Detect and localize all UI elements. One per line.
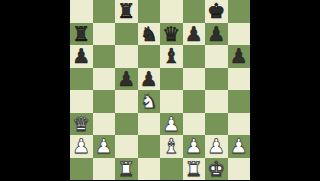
- square-d4[interactable]: ♞: [138, 90, 161, 113]
- square-b3[interactable]: [93, 113, 116, 136]
- piece-white-pawn[interactable]: ♟: [72, 135, 90, 157]
- square-c5[interactable]: ♟: [115, 68, 138, 91]
- piece-black-pawn[interactable]: ♟: [185, 23, 203, 45]
- square-d3[interactable]: [138, 113, 161, 136]
- piece-black-king[interactable]: ♚: [207, 0, 225, 22]
- piece-white-pawn[interactable]: ♟: [230, 135, 248, 157]
- square-h3[interactable]: [228, 113, 251, 136]
- square-f8[interactable]: [183, 0, 206, 23]
- square-d2[interactable]: [138, 135, 161, 158]
- square-e7[interactable]: ♛: [160, 23, 183, 46]
- piece-black-pawn[interactable]: ♟: [230, 45, 248, 67]
- square-a5[interactable]: [70, 68, 93, 91]
- square-a4[interactable]: [70, 90, 93, 113]
- square-b8[interactable]: [93, 0, 116, 23]
- piece-white-pawn[interactable]: ♟: [162, 113, 180, 135]
- square-c1[interactable]: ♜: [115, 158, 138, 181]
- square-b1[interactable]: [93, 158, 116, 181]
- square-a6[interactable]: ♟: [70, 45, 93, 68]
- square-f5[interactable]: [183, 68, 206, 91]
- square-h4[interactable]: [228, 90, 251, 113]
- square-g5[interactable]: [205, 68, 228, 91]
- piece-white-rook[interactable]: ♜: [185, 158, 203, 180]
- piece-white-bishop[interactable]: ♝: [162, 135, 180, 157]
- square-d6[interactable]: [138, 45, 161, 68]
- square-a7[interactable]: ♜: [70, 23, 93, 46]
- square-f2[interactable]: ♟: [183, 135, 206, 158]
- square-f1[interactable]: ♜: [183, 158, 206, 181]
- square-h1[interactable]: [228, 158, 251, 181]
- square-h2[interactable]: ♟: [228, 135, 251, 158]
- square-h5[interactable]: [228, 68, 251, 91]
- square-a8[interactable]: [70, 0, 93, 23]
- square-a2[interactable]: ♟: [70, 135, 93, 158]
- piece-white-pawn[interactable]: ♟: [207, 135, 225, 157]
- chess-board: ♜♚♜♞♛♟♟♟♝♟♟♟♞♛♟♟♟♝♟♟♟♜♜♚: [70, 0, 250, 180]
- piece-black-pawn[interactable]: ♟: [72, 45, 90, 67]
- piece-black-queen[interactable]: ♛: [162, 23, 180, 45]
- piece-white-knight[interactable]: ♞: [140, 90, 158, 112]
- piece-black-pawn[interactable]: ♟: [117, 68, 135, 90]
- square-a3[interactable]: ♛: [70, 113, 93, 136]
- square-d8[interactable]: [138, 0, 161, 23]
- piece-black-bishop[interactable]: ♝: [162, 45, 180, 67]
- square-b7[interactable]: [93, 23, 116, 46]
- square-f6[interactable]: [183, 45, 206, 68]
- square-b5[interactable]: [93, 68, 116, 91]
- square-g8[interactable]: ♚: [205, 0, 228, 23]
- square-c7[interactable]: [115, 23, 138, 46]
- square-h8[interactable]: [228, 0, 251, 23]
- square-f7[interactable]: ♟: [183, 23, 206, 46]
- square-e2[interactable]: ♝: [160, 135, 183, 158]
- square-b4[interactable]: [93, 90, 116, 113]
- square-g1[interactable]: ♚: [205, 158, 228, 181]
- square-d7[interactable]: ♞: [138, 23, 161, 46]
- piece-black-rook[interactable]: ♜: [117, 0, 135, 22]
- piece-white-rook[interactable]: ♜: [117, 158, 135, 180]
- square-h7[interactable]: [228, 23, 251, 46]
- square-g7[interactable]: ♟: [205, 23, 228, 46]
- square-h6[interactable]: ♟: [228, 45, 251, 68]
- square-e4[interactable]: [160, 90, 183, 113]
- square-d1[interactable]: [138, 158, 161, 181]
- square-g2[interactable]: ♟: [205, 135, 228, 158]
- piece-black-rook[interactable]: ♜: [72, 23, 90, 45]
- square-b2[interactable]: ♟: [93, 135, 116, 158]
- piece-white-pawn[interactable]: ♟: [95, 135, 113, 157]
- square-e5[interactable]: [160, 68, 183, 91]
- square-c6[interactable]: [115, 45, 138, 68]
- square-g4[interactable]: [205, 90, 228, 113]
- square-a1[interactable]: [70, 158, 93, 181]
- piece-white-pawn[interactable]: ♟: [185, 135, 203, 157]
- app-background: ♜♚♜♞♛♟♟♟♝♟♟♟♞♛♟♟♟♝♟♟♟♜♜♚: [0, 0, 320, 180]
- square-e1[interactable]: [160, 158, 183, 181]
- square-f4[interactable]: [183, 90, 206, 113]
- square-e6[interactable]: ♝: [160, 45, 183, 68]
- square-b6[interactable]: [93, 45, 116, 68]
- piece-white-king[interactable]: ♚: [207, 158, 225, 180]
- piece-black-knight[interactable]: ♞: [140, 23, 158, 45]
- square-e8[interactable]: [160, 0, 183, 23]
- piece-white-queen[interactable]: ♛: [72, 113, 90, 135]
- square-f3[interactable]: [183, 113, 206, 136]
- square-c3[interactable]: [115, 113, 138, 136]
- square-e3[interactable]: ♟: [160, 113, 183, 136]
- square-g6[interactable]: [205, 45, 228, 68]
- square-c8[interactable]: ♜: [115, 0, 138, 23]
- piece-black-pawn[interactable]: ♟: [207, 23, 225, 45]
- square-c2[interactable]: [115, 135, 138, 158]
- square-d5[interactable]: ♟: [138, 68, 161, 91]
- square-c4[interactable]: [115, 90, 138, 113]
- piece-black-pawn[interactable]: ♟: [140, 68, 158, 90]
- square-g3[interactable]: [205, 113, 228, 136]
